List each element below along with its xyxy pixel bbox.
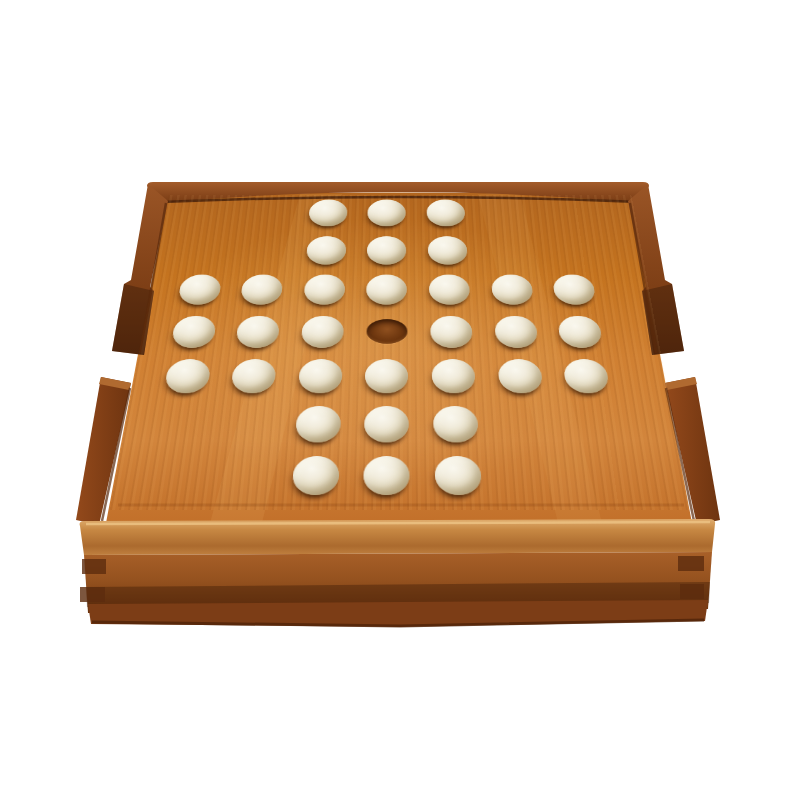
cell-r5c2[interactable] — [282, 400, 353, 449]
cell-r2c2[interactable] — [292, 270, 356, 311]
marble[interactable] — [431, 359, 476, 393]
marble[interactable] — [231, 359, 277, 393]
marble[interactable] — [497, 359, 543, 393]
marble[interactable] — [367, 236, 407, 264]
marble[interactable] — [365, 359, 409, 393]
cell-r4c6[interactable] — [550, 354, 623, 400]
cell-r5c4[interactable] — [421, 400, 492, 449]
cell-r0c0 — [178, 195, 242, 231]
finger-joint-right-2 — [680, 584, 704, 599]
marble[interactable] — [301, 316, 344, 348]
cell-r4c5[interactable] — [485, 354, 556, 400]
marble[interactable] — [295, 406, 341, 442]
cell-r6c1 — [206, 449, 282, 502]
marble[interactable] — [433, 406, 479, 442]
marble[interactable] — [434, 456, 482, 495]
finger-joint-left-1 — [82, 559, 106, 574]
marble[interactable] — [308, 200, 347, 227]
marble[interactable] — [367, 275, 408, 305]
cell-r4c4[interactable] — [420, 354, 489, 400]
cell-r2c1[interactable] — [229, 270, 295, 311]
peg-grid — [133, 195, 641, 508]
marble[interactable] — [171, 316, 217, 348]
cell-r5c5 — [488, 400, 561, 449]
marble[interactable] — [306, 236, 347, 264]
cell-r0c2[interactable] — [297, 195, 358, 231]
cell-r6c5 — [492, 449, 568, 502]
product-photo — [0, 0, 800, 800]
cell-r6c6 — [562, 449, 640, 502]
cell-r1c0 — [172, 231, 238, 269]
marble[interactable] — [494, 316, 539, 348]
cell-r6c3[interactable] — [351, 449, 423, 502]
marble[interactable] — [563, 359, 611, 393]
cell-r2c4[interactable] — [418, 270, 482, 311]
cell-r5c3[interactable] — [352, 400, 422, 449]
marble[interactable] — [163, 359, 211, 393]
marble[interactable] — [490, 275, 533, 305]
cell-r4c1[interactable] — [218, 354, 289, 400]
cell-r6c2[interactable] — [279, 449, 353, 502]
cell-r6c0 — [134, 449, 212, 502]
cell-r1c2[interactable] — [295, 231, 357, 269]
marble[interactable] — [429, 275, 471, 305]
cell-r1c6 — [536, 231, 602, 269]
cell-r1c3[interactable] — [356, 231, 417, 269]
marble[interactable] — [430, 316, 473, 348]
cell-r3c2[interactable] — [289, 310, 355, 353]
cell-r2c3[interactable] — [355, 270, 418, 311]
cell-r0c5 — [474, 195, 536, 231]
cell-r3c5[interactable] — [482, 310, 550, 353]
cell-r2c5[interactable] — [479, 270, 545, 311]
cell-r0c4[interactable] — [416, 195, 477, 231]
cell-r4c0[interactable] — [151, 354, 224, 400]
cell-r0c1 — [238, 195, 300, 231]
cell-r3c4[interactable] — [419, 310, 485, 353]
finger-joint-right-1 — [678, 556, 704, 571]
cell-r5c1 — [212, 400, 285, 449]
marble[interactable] — [240, 275, 283, 305]
cell-r1c1 — [233, 231, 297, 269]
cell-r1c4[interactable] — [417, 231, 479, 269]
marble[interactable] — [368, 200, 407, 227]
cell-r2c6[interactable] — [541, 270, 609, 311]
cell-r5c6 — [556, 400, 632, 449]
marble[interactable] — [552, 275, 597, 305]
cell-r3c1[interactable] — [224, 310, 292, 353]
marble[interactable] — [292, 456, 340, 495]
empty-hole[interactable] — [366, 320, 407, 345]
cell-r4c2[interactable] — [286, 354, 355, 400]
marble[interactable] — [236, 316, 281, 348]
marble[interactable] — [428, 236, 469, 264]
finger-joint-left-2 — [80, 587, 105, 602]
marble[interactable] — [426, 200, 465, 227]
marble[interactable] — [177, 275, 222, 305]
cell-r3c0[interactable] — [158, 310, 228, 353]
cell-r1c5 — [477, 231, 541, 269]
marble[interactable] — [557, 316, 603, 348]
cell-r3c3[interactable] — [354, 310, 419, 353]
marble[interactable] — [303, 275, 345, 305]
cell-r4c3[interactable] — [353, 354, 421, 400]
cell-r6c4[interactable] — [422, 449, 496, 502]
marble[interactable] — [298, 359, 343, 393]
cell-r2c0[interactable] — [165, 270, 233, 311]
cell-r5c0 — [143, 400, 219, 449]
cell-r0c6 — [532, 195, 596, 231]
marble[interactable] — [364, 456, 411, 495]
cell-r3c6[interactable] — [545, 310, 615, 353]
cell-r0c3[interactable] — [357, 195, 417, 231]
marble[interactable] — [364, 406, 409, 442]
